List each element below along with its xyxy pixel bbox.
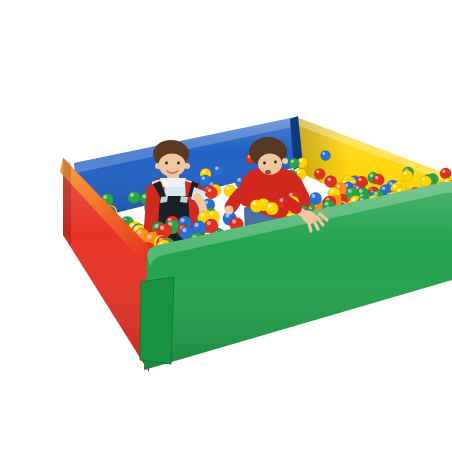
ball-highlight [226, 187, 230, 191]
ball-highlight [252, 201, 256, 205]
ball-highlight [207, 221, 211, 225]
plastic-ball [250, 199, 263, 212]
standing-boy-eye-right [177, 162, 180, 165]
leaning-boy-eye-right [274, 161, 277, 164]
ball-highlight [147, 234, 151, 238]
plastic-ball [440, 168, 451, 179]
ball-highlight [442, 170, 445, 173]
leaning-boy-eye-left [263, 162, 266, 165]
ball-highlight [103, 195, 107, 199]
plastic-ball [309, 192, 322, 205]
ball-highlight [358, 178, 362, 182]
plastic-ball [314, 168, 325, 179]
ball-highlight [143, 194, 147, 198]
plastic-ball [204, 219, 218, 233]
ball-highlight [232, 220, 236, 224]
ball-highlight [202, 170, 205, 173]
plastic-ball [401, 170, 412, 181]
ball-highlight [182, 228, 186, 232]
ball-highlight [299, 159, 302, 162]
ball-highlight [370, 174, 373, 177]
ball-highlight [200, 213, 204, 217]
ball-highlight [280, 198, 284, 202]
ball-highlight [403, 172, 406, 175]
ball-highlight [291, 160, 294, 163]
standing-boy-eye-left [165, 162, 168, 165]
leaning-boy-cuff [289, 203, 296, 208]
ball-highlight [322, 152, 325, 155]
ball-highlight [330, 189, 334, 193]
ball-highlight [160, 226, 164, 230]
ball-highlight [422, 177, 426, 181]
ball-highlight [297, 170, 300, 173]
plastic-ball [289, 158, 300, 169]
ball-highlight [327, 178, 331, 182]
standing-boy-ear-right [184, 163, 190, 169]
ball-highlight [352, 198, 356, 202]
ball-highlight [312, 194, 316, 198]
front-wall-velcro-flap [140, 277, 174, 364]
ball-highlight [237, 178, 241, 182]
ball-highlight [215, 167, 218, 170]
plastic-ball [265, 202, 278, 215]
ball-highlight [337, 184, 341, 188]
ball-highlight [268, 204, 272, 208]
ball-highlight [208, 189, 212, 193]
left-wall-end-cap [63, 158, 71, 245]
plastic-ball [213, 165, 224, 176]
leaning-boy-ear [282, 158, 288, 164]
leaning-boy-mouth [265, 170, 271, 174]
ball-highlight [393, 185, 397, 189]
ball-highlight [130, 193, 134, 197]
ball-highlight [348, 189, 352, 193]
ball-highlight [382, 186, 386, 190]
plastic-ball [373, 174, 385, 186]
ball-pool-scene [40, 16, 452, 452]
ball-highlight [180, 218, 184, 222]
leaning-boy-hand-left [225, 206, 234, 215]
plastic-ball [128, 191, 141, 204]
ball-highlight [195, 223, 199, 227]
standing-boy-collar [160, 178, 186, 187]
ball-highlight [202, 177, 205, 180]
standing-boy-ear-left [155, 163, 161, 169]
plastic-ball [205, 187, 217, 199]
ball-highlight [316, 170, 319, 173]
plastic-ball [320, 151, 330, 161]
ball-highlight [375, 176, 378, 179]
ball-pool-photo [40, 16, 452, 452]
ball-highlight [137, 230, 141, 234]
